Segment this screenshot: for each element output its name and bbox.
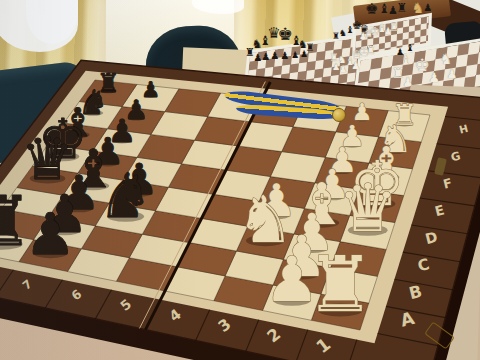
svg-text:♜: ♜ [306,240,375,329]
svg-text:♞: ♞ [98,160,153,232]
svg-text:♛: ♛ [338,170,397,247]
gold-medal [332,108,346,122]
tournament-room-photo: ♜♞♝♛♚♝♞♜♟♟♟♟♟♟♟♟♜♞♝♛♚♟♜♜♞♝♚♛♟♛♚♝♟♜♚♝♟♜♞♟… [0,0,480,360]
main-chessboard: 12345678ABCDEFGH♜♟♞♟♟♜♝♟♟♞♚♟♟♝♛♟♝♚♟♟♝♟♛♞… [0,0,480,360]
svg-text:♟: ♟ [25,201,77,268]
